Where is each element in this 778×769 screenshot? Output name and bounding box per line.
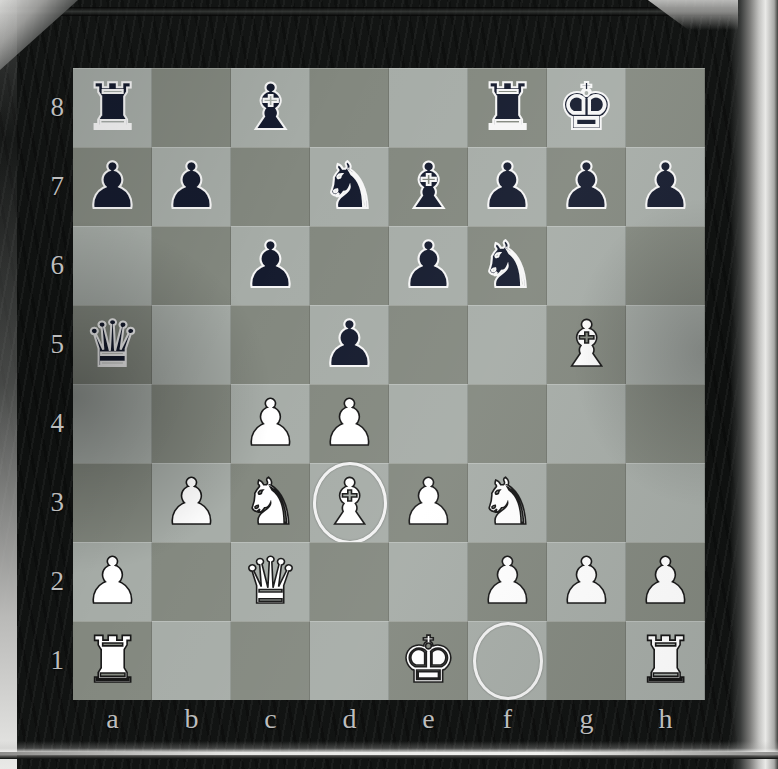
file-label-a: a — [73, 701, 152, 737]
square-f2[interactable]: ♟ — [468, 542, 547, 621]
square-e2[interactable] — [389, 542, 468, 621]
black-pawn-g7[interactable]: ♟ — [547, 147, 626, 226]
square-e6[interactable]: ♟ — [389, 226, 468, 305]
rank-label-8: 8 — [30, 68, 64, 147]
square-d6[interactable] — [310, 226, 389, 305]
white-pawn-e3[interactable]: ♟ — [389, 463, 468, 542]
black-pawn-e6[interactable]: ♟ — [389, 226, 468, 305]
white-rook-a1[interactable]: ♜ — [73, 621, 152, 700]
square-g4[interactable] — [547, 384, 626, 463]
square-b7[interactable]: ♟ — [152, 147, 231, 226]
rank-label-3: 3 — [30, 463, 64, 542]
square-f3[interactable]: ♞ — [468, 463, 547, 542]
frame-silver-line-bottom — [0, 752, 778, 755]
square-f6[interactable]: ♞ — [468, 226, 547, 305]
framed-chessboard-photo: ♜♝♜♚♟♟♞♝♟♟♟♟♟♞♛♟♝♟♟♟♞♝♟♞♟♛♟♟♟♜♚♜ 8765432… — [0, 0, 778, 769]
chess-board: ♜♝♜♚♟♟♞♝♟♟♟♟♟♞♛♟♝♟♟♟♞♝♟♞♟♛♟♟♟♜♚♜ — [73, 68, 705, 700]
square-d1[interactable] — [310, 621, 389, 700]
square-b6[interactable] — [152, 226, 231, 305]
square-a4[interactable] — [73, 384, 152, 463]
black-king-g8[interactable]: ♚ — [547, 68, 626, 147]
frame-silver-molding-right — [730, 0, 778, 769]
black-bishop-e7[interactable]: ♝ — [389, 147, 468, 226]
square-d3[interactable]: ♝ — [310, 463, 389, 542]
square-a2[interactable]: ♟ — [73, 542, 152, 621]
frame-silver-edge-left — [0, 0, 17, 769]
square-h4[interactable] — [626, 384, 705, 463]
square-h8[interactable] — [626, 68, 705, 147]
square-h1[interactable]: ♜ — [626, 621, 705, 700]
black-rook-f8[interactable]: ♜ — [468, 68, 547, 147]
white-pawn-f2[interactable]: ♟ — [468, 542, 547, 621]
black-pawn-d5[interactable]: ♟ — [310, 305, 389, 384]
square-e7[interactable]: ♝ — [389, 147, 468, 226]
black-pawn-b7[interactable]: ♟ — [152, 147, 231, 226]
square-a6[interactable] — [73, 226, 152, 305]
black-knight-f6[interactable]: ♞ — [468, 226, 547, 305]
square-f1[interactable] — [468, 621, 547, 700]
square-g1[interactable] — [547, 621, 626, 700]
black-knight-d7[interactable]: ♞ — [310, 147, 389, 226]
square-d5[interactable]: ♟ — [310, 305, 389, 384]
square-g8[interactable]: ♚ — [547, 68, 626, 147]
square-b2[interactable] — [152, 542, 231, 621]
white-king-e1[interactable]: ♚ — [389, 621, 468, 700]
square-c2[interactable]: ♛ — [231, 542, 310, 621]
rank-label-4: 4 — [30, 384, 64, 463]
file-label-b: b — [152, 701, 231, 737]
square-h5[interactable] — [626, 305, 705, 384]
file-label-c: c — [231, 701, 310, 737]
white-pawn-h2[interactable]: ♟ — [626, 542, 705, 621]
last-move-ring-f1 — [473, 622, 543, 700]
square-a7[interactable]: ♟ — [73, 147, 152, 226]
rank-label-2: 2 — [30, 542, 64, 621]
square-d4[interactable]: ♟ — [310, 384, 389, 463]
frame-silver-band-bottom — [0, 741, 778, 759]
square-b8[interactable] — [152, 68, 231, 147]
square-f7[interactable]: ♟ — [468, 147, 547, 226]
black-rook-a8[interactable]: ♜ — [73, 68, 152, 147]
square-e3[interactable]: ♟ — [389, 463, 468, 542]
square-f8[interactable]: ♜ — [468, 68, 547, 147]
square-b5[interactable] — [152, 305, 231, 384]
white-queen-c2[interactable]: ♛ — [231, 542, 310, 621]
square-g6[interactable] — [547, 226, 626, 305]
square-b3[interactable]: ♟ — [152, 463, 231, 542]
black-bishop-c8[interactable]: ♝ — [231, 68, 310, 147]
file-label-d: d — [310, 701, 389, 737]
rank-label-6: 6 — [30, 226, 64, 305]
square-h7[interactable]: ♟ — [626, 147, 705, 226]
rank-label-7: 7 — [30, 147, 64, 226]
square-a5[interactable]: ♛ — [73, 305, 152, 384]
white-bishop-d3[interactable]: ♝ — [310, 463, 389, 542]
rank-label-5: 5 — [30, 305, 64, 384]
square-h6[interactable] — [626, 226, 705, 305]
white-pawn-a2[interactable]: ♟ — [73, 542, 152, 621]
square-b1[interactable] — [152, 621, 231, 700]
square-d2[interactable] — [310, 542, 389, 621]
square-c5[interactable] — [231, 305, 310, 384]
square-c6[interactable]: ♟ — [231, 226, 310, 305]
square-a3[interactable] — [73, 463, 152, 542]
square-c4[interactable]: ♟ — [231, 384, 310, 463]
square-g7[interactable]: ♟ — [547, 147, 626, 226]
black-pawn-c6[interactable]: ♟ — [231, 226, 310, 305]
file-label-g: g — [547, 701, 626, 737]
black-queen-a5[interactable]: ♛ — [73, 305, 152, 384]
white-pawn-g2[interactable]: ♟ — [547, 542, 626, 621]
square-d8[interactable] — [310, 68, 389, 147]
square-g5[interactable]: ♝ — [547, 305, 626, 384]
square-g3[interactable] — [547, 463, 626, 542]
square-e4[interactable] — [389, 384, 468, 463]
square-a8[interactable]: ♜ — [73, 68, 152, 147]
white-pawn-d4[interactable]: ♟ — [310, 384, 389, 463]
square-g2[interactable]: ♟ — [547, 542, 626, 621]
square-h3[interactable] — [626, 463, 705, 542]
black-pawn-h7[interactable]: ♟ — [626, 147, 705, 226]
square-e5[interactable] — [389, 305, 468, 384]
white-knight-c3[interactable]: ♞ — [231, 463, 310, 542]
white-pawn-c4[interactable]: ♟ — [231, 384, 310, 463]
square-c8[interactable]: ♝ — [231, 68, 310, 147]
square-f4[interactable] — [468, 384, 547, 463]
white-rook-h1[interactable]: ♜ — [626, 621, 705, 700]
file-label-e: e — [389, 701, 468, 737]
black-pawn-a7[interactable]: ♟ — [73, 147, 152, 226]
white-pawn-b3[interactable]: ♟ — [152, 463, 231, 542]
square-c1[interactable] — [231, 621, 310, 700]
square-c7[interactable] — [231, 147, 310, 226]
file-label-h: h — [626, 701, 705, 737]
square-f5[interactable] — [468, 305, 547, 384]
square-d7[interactable]: ♞ — [310, 147, 389, 226]
square-c3[interactable]: ♞ — [231, 463, 310, 542]
square-h2[interactable]: ♟ — [626, 542, 705, 621]
rank-label-1: 1 — [30, 621, 64, 700]
black-pawn-f7[interactable]: ♟ — [468, 147, 547, 226]
square-e1[interactable]: ♚ — [389, 621, 468, 700]
white-knight-f3[interactable]: ♞ — [468, 463, 547, 542]
square-e8[interactable] — [389, 68, 468, 147]
white-bishop-g5[interactable]: ♝ — [547, 305, 626, 384]
square-b4[interactable] — [152, 384, 231, 463]
file-label-f: f — [468, 701, 547, 737]
square-a1[interactable]: ♜ — [73, 621, 152, 700]
